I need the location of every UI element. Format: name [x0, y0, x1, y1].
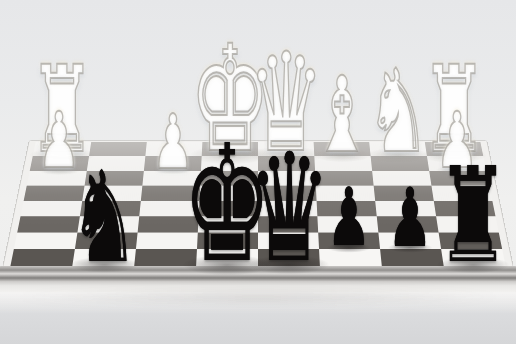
square-c7	[318, 233, 380, 250]
square-a6	[436, 216, 499, 232]
square-f1	[145, 142, 202, 156]
square-h3	[27, 171, 87, 186]
square-b3	[372, 171, 431, 186]
square-g6	[77, 216, 139, 232]
square-h6	[17, 216, 80, 232]
square-d5	[258, 201, 317, 217]
square-a7	[439, 233, 503, 250]
square-b6	[377, 216, 439, 232]
scene: ♜♚♛♝♞♜♟♟♟♟♟♞♚♛♜	[0, 0, 516, 344]
square-h5	[20, 201, 82, 217]
square-f6	[138, 216, 199, 232]
square-f8	[134, 249, 197, 266]
square-f5	[139, 201, 199, 217]
square-e3	[200, 171, 258, 186]
square-d8	[258, 249, 320, 266]
square-g1	[89, 142, 147, 156]
square-h1	[33, 142, 91, 156]
square-c6	[317, 216, 378, 232]
square-h7	[14, 233, 78, 250]
square-e6	[198, 216, 258, 232]
square-f7	[136, 233, 198, 250]
square-d7	[258, 233, 319, 250]
square-a2	[427, 156, 486, 170]
square-b8	[380, 249, 444, 266]
square-c3	[315, 171, 374, 186]
square-g8	[72, 249, 136, 266]
square-d6	[258, 216, 318, 232]
square-e7	[197, 233, 258, 250]
square-h2	[30, 156, 89, 170]
square-h4	[24, 186, 85, 201]
square-a5	[434, 201, 496, 217]
chess-board	[3, 141, 513, 268]
square-d2	[258, 156, 315, 170]
square-e8	[196, 249, 258, 266]
square-b2	[371, 156, 430, 170]
square-a4	[431, 186, 492, 201]
square-e4	[199, 186, 258, 201]
square-c1	[314, 142, 371, 156]
square-g7	[75, 233, 138, 250]
square-e2	[201, 156, 258, 170]
square-f2	[144, 156, 202, 170]
square-b5	[375, 201, 436, 217]
square-b1	[369, 142, 427, 156]
square-g3	[85, 171, 144, 186]
square-c4	[316, 186, 375, 201]
square-c5	[317, 201, 377, 217]
square-g5	[80, 201, 141, 217]
square-b4	[374, 186, 434, 201]
square-a3	[429, 171, 489, 186]
square-h8	[10, 249, 74, 266]
square-c8	[319, 249, 382, 266]
square-g4	[82, 186, 142, 201]
square-d1	[258, 142, 314, 156]
square-a8	[441, 249, 505, 266]
square-a1	[425, 142, 483, 156]
square-b7	[378, 233, 441, 250]
square-d4	[258, 186, 317, 201]
square-f3	[142, 171, 201, 186]
square-e5	[199, 201, 258, 217]
square-d3	[258, 171, 316, 186]
square-e1	[202, 142, 258, 156]
board-shadow	[8, 288, 508, 306]
square-g2	[87, 156, 146, 170]
square-c2	[314, 156, 372, 170]
square-f4	[141, 186, 200, 201]
